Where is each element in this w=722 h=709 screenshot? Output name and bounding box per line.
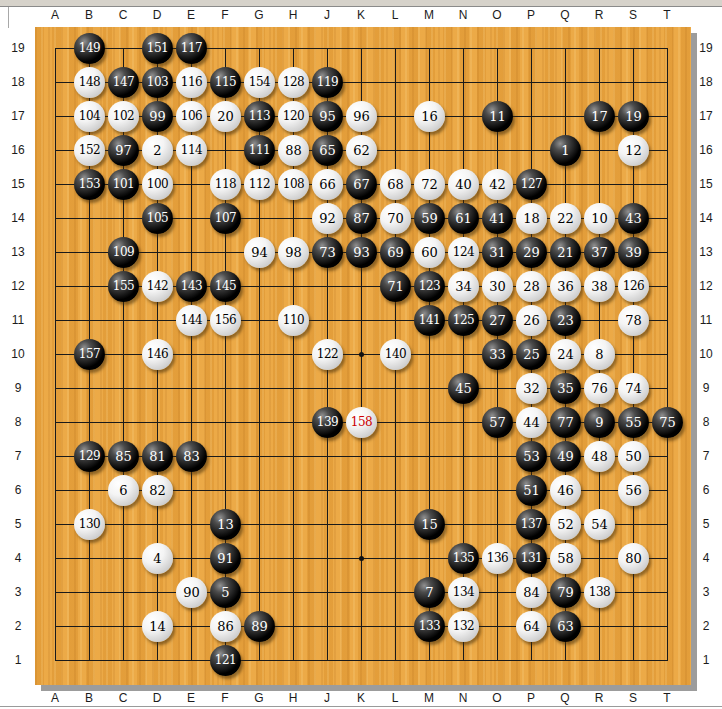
row-label-right: 8 (694, 415, 718, 429)
row-label-left: 18 (6, 75, 30, 89)
star-point (359, 352, 364, 357)
row-label-right: 1 (694, 653, 718, 667)
stone-M2[interactable]: 133 (414, 611, 445, 642)
stone-C17[interactable]: 102 (108, 101, 139, 132)
stone-C18[interactable]: 147 (108, 67, 139, 98)
column-label-bottom: A (43, 691, 67, 705)
row-label-right: 18 (694, 75, 718, 89)
stone-O8[interactable]: 57 (482, 407, 513, 438)
column-label-bottom: E (179, 691, 203, 705)
stone-P14[interactable]: 18 (516, 203, 547, 234)
stone-P4[interactable]: 131 (516, 543, 547, 574)
stone-E12[interactable]: 143 (176, 271, 207, 302)
stone-R13[interactable]: 37 (584, 237, 615, 268)
stone-C13[interactable]: 109 (108, 237, 139, 268)
row-label-right: 14 (694, 211, 718, 225)
column-label-bottom: F (213, 691, 237, 705)
stone-D12[interactable]: 142 (142, 271, 173, 302)
stone-Q13[interactable]: 21 (550, 237, 581, 268)
stone-P15[interactable]: 127 (516, 169, 547, 200)
column-label-bottom: L (383, 691, 407, 705)
row-label-right: 4 (694, 551, 718, 565)
column-label-bottom: G (247, 691, 271, 705)
column-label-top: C (111, 8, 135, 22)
stone-C16[interactable]: 97 (108, 135, 139, 166)
column-label-top: P (519, 8, 543, 22)
row-label-left: 12 (6, 279, 30, 293)
column-label-top: S (621, 8, 645, 22)
stone-Q6[interactable]: 46 (550, 475, 581, 506)
stone-F5[interactable]: 13 (210, 509, 241, 540)
row-label-left: 6 (6, 483, 30, 497)
stone-P10[interactable]: 25 (516, 339, 547, 370)
stone-S4[interactable]: 80 (618, 543, 649, 574)
stone-R17[interactable]: 17 (584, 101, 615, 132)
stone-Q9[interactable]: 35 (550, 373, 581, 404)
stone-P12[interactable]: 28 (516, 271, 547, 302)
stone-R5[interactable]: 54 (584, 509, 615, 540)
stone-G17[interactable]: 113 (244, 101, 275, 132)
stone-J16[interactable]: 65 (312, 135, 343, 166)
column-label-top: M (417, 8, 441, 22)
stone-C6[interactable]: 6 (108, 475, 139, 506)
stone-C12[interactable]: 155 (108, 271, 139, 302)
stone-S16[interactable]: 12 (618, 135, 649, 166)
column-label-top: A (43, 8, 67, 22)
stone-M14[interactable]: 59 (414, 203, 445, 234)
stone-S6[interactable]: 56 (618, 475, 649, 506)
stone-D19[interactable]: 151 (142, 33, 173, 64)
stone-P3[interactable]: 84 (516, 577, 547, 608)
row-label-right: 19 (694, 41, 718, 55)
window-bottom-edge (0, 706, 722, 707)
stone-F14[interactable]: 107 (210, 203, 241, 234)
stone-K17[interactable]: 96 (346, 101, 377, 132)
stone-L15[interactable]: 68 (380, 169, 411, 200)
stone-E7[interactable]: 83 (176, 441, 207, 472)
stone-Q12[interactable]: 36 (550, 271, 581, 302)
column-label-bottom: C (111, 691, 135, 705)
row-label-left: 15 (6, 177, 30, 191)
stone-Q14[interactable]: 22 (550, 203, 581, 234)
stone-E18[interactable]: 116 (176, 67, 207, 98)
stone-O10[interactable]: 33 (482, 339, 513, 370)
row-label-left: 13 (6, 245, 30, 259)
stone-H13[interactable]: 98 (278, 237, 309, 268)
column-label-top: N (451, 8, 475, 22)
stone-Q3[interactable]: 79 (550, 577, 581, 608)
row-label-left: 19 (6, 41, 30, 55)
stone-K16[interactable]: 62 (346, 135, 377, 166)
stone-P7[interactable]: 53 (516, 441, 547, 472)
stone-S17[interactable]: 19 (618, 101, 649, 132)
column-label-top: B (77, 8, 101, 22)
row-label-right: 10 (694, 347, 718, 361)
column-label-top: G (247, 8, 271, 22)
stone-Q4[interactable]: 58 (550, 543, 581, 574)
stone-M17[interactable]: 16 (414, 101, 445, 132)
stone-O12[interactable]: 30 (482, 271, 513, 302)
stone-Q16[interactable]: 1 (550, 135, 581, 166)
stone-E3[interactable]: 90 (176, 577, 207, 608)
stone-F18[interactable]: 115 (210, 67, 241, 98)
stone-G15[interactable]: 112 (244, 169, 275, 200)
stone-R3[interactable]: 138 (584, 577, 615, 608)
stone-O14[interactable]: 41 (482, 203, 513, 234)
stone-N2[interactable]: 132 (448, 611, 479, 642)
stone-D2[interactable]: 14 (142, 611, 173, 642)
row-label-right: 17 (694, 109, 718, 123)
column-label-bottom: H (281, 691, 305, 705)
stone-S9[interactable]: 74 (618, 373, 649, 404)
grid-line-h (55, 660, 668, 661)
row-label-right: 11 (694, 313, 718, 327)
stone-B10[interactable]: 157 (74, 339, 105, 370)
stone-D4[interactable]: 4 (142, 543, 173, 574)
stone-D16[interactable]: 2 (142, 135, 173, 166)
row-label-left: 1 (6, 653, 30, 667)
stone-M5[interactable]: 15 (414, 509, 445, 540)
stone-P13[interactable]: 29 (516, 237, 547, 268)
stone-N12[interactable]: 34 (448, 271, 479, 302)
column-label-top: K (349, 8, 373, 22)
column-label-bottom: K (349, 691, 373, 705)
stone-Q8[interactable]: 77 (550, 407, 581, 438)
column-label-bottom: M (417, 691, 441, 705)
stone-P5[interactable]: 137 (516, 509, 547, 540)
stone-E11[interactable]: 144 (176, 305, 207, 336)
row-label-right: 2 (694, 619, 718, 633)
column-label-bottom: O (485, 691, 509, 705)
stone-O15[interactable]: 42 (482, 169, 513, 200)
window-edge-tick (8, 7, 9, 28)
row-label-left: 11 (6, 313, 30, 327)
stone-D10[interactable]: 146 (142, 339, 173, 370)
stone-D15[interactable]: 100 (142, 169, 173, 200)
stone-R12[interactable]: 38 (584, 271, 615, 302)
stone-N15[interactable]: 40 (448, 169, 479, 200)
stone-K8[interactable]: 158 (346, 407, 377, 438)
stone-K13[interactable]: 93 (346, 237, 377, 268)
stone-J18[interactable]: 119 (312, 67, 343, 98)
stone-D7[interactable]: 81 (142, 441, 173, 472)
star-point (359, 556, 364, 561)
column-label-bottom: R (587, 691, 611, 705)
stone-O4[interactable]: 136 (482, 543, 513, 574)
stone-Q5[interactable]: 52 (550, 509, 581, 540)
column-label-top: R (587, 8, 611, 22)
stone-N14[interactable]: 61 (448, 203, 479, 234)
stone-R8[interactable]: 9 (584, 407, 615, 438)
row-label-right: 16 (694, 143, 718, 157)
stone-K15[interactable]: 67 (346, 169, 377, 200)
stone-H17[interactable]: 120 (278, 101, 309, 132)
stone-L14[interactable]: 70 (380, 203, 411, 234)
row-label-left: 2 (6, 619, 30, 633)
row-label-left: 5 (6, 517, 30, 531)
stone-D17[interactable]: 99 (142, 101, 173, 132)
column-label-top: O (485, 8, 509, 22)
stone-K14[interactable]: 87 (346, 203, 377, 234)
column-label-top: H (281, 8, 305, 22)
stone-S11[interactable]: 78 (618, 305, 649, 336)
stone-R9[interactable]: 76 (584, 373, 615, 404)
row-label-right: 3 (694, 585, 718, 599)
stone-J17[interactable]: 95 (312, 101, 343, 132)
column-label-bottom: T (655, 691, 679, 705)
grid-line-v (667, 48, 668, 661)
stone-C7[interactable]: 85 (108, 441, 139, 472)
stone-F4[interactable]: 91 (210, 543, 241, 574)
column-label-bottom: B (77, 691, 101, 705)
stone-B15[interactable]: 153 (74, 169, 105, 200)
stone-N4[interactable]: 135 (448, 543, 479, 574)
stone-S12[interactable]: 126 (618, 271, 649, 302)
row-label-right: 9 (694, 381, 718, 395)
column-label-bottom: P (519, 691, 543, 705)
stone-R14[interactable]: 10 (584, 203, 615, 234)
stone-Q11[interactable]: 23 (550, 305, 581, 336)
go-diagram: AABBCCDDEEFFGGHHJJKKLLMMNNOOPPQQRRSSTT19… (0, 0, 722, 709)
row-label-left: 9 (6, 381, 30, 395)
row-label-left: 4 (6, 551, 30, 565)
stone-B7[interactable]: 129 (74, 441, 105, 472)
column-label-top: E (179, 8, 203, 22)
stone-C15[interactable]: 101 (108, 169, 139, 200)
row-label-right: 12 (694, 279, 718, 293)
stone-G18[interactable]: 154 (244, 67, 275, 98)
stone-M13[interactable]: 60 (414, 237, 445, 268)
stone-J14[interactable]: 92 (312, 203, 343, 234)
stone-M15[interactable]: 72 (414, 169, 445, 200)
stone-O13[interactable]: 31 (482, 237, 513, 268)
stone-L13[interactable]: 69 (380, 237, 411, 268)
window-top-edge (0, 0, 722, 7)
stone-F17[interactable]: 20 (210, 101, 241, 132)
stone-R10[interactable]: 8 (584, 339, 615, 370)
column-label-top: F (213, 8, 237, 22)
stone-B17[interactable]: 104 (74, 101, 105, 132)
row-label-left: 16 (6, 143, 30, 157)
row-label-right: 15 (694, 177, 718, 191)
stone-E19[interactable]: 117 (176, 33, 207, 64)
stone-P8[interactable]: 44 (516, 407, 547, 438)
row-label-right: 6 (694, 483, 718, 497)
row-label-right: 5 (694, 517, 718, 531)
stone-F1[interactable]: 121 (210, 645, 241, 676)
stone-M3[interactable]: 7 (414, 577, 445, 608)
column-label-top: J (315, 8, 339, 22)
column-label-top: L (383, 8, 407, 22)
stone-G13[interactable]: 94 (244, 237, 275, 268)
stone-Q7[interactable]: 49 (550, 441, 581, 472)
stone-H11[interactable]: 110 (278, 305, 309, 336)
stone-E16[interactable]: 114 (176, 135, 207, 166)
row-label-left: 10 (6, 347, 30, 361)
column-label-bottom: J (315, 691, 339, 705)
row-label-right: 13 (694, 245, 718, 259)
stone-F12[interactable]: 145 (210, 271, 241, 302)
stone-Q10[interactable]: 24 (550, 339, 581, 370)
stone-S14[interactable]: 43 (618, 203, 649, 234)
stone-B18[interactable]: 148 (74, 67, 105, 98)
column-label-top: Q (553, 8, 577, 22)
stone-N11[interactable]: 125 (448, 305, 479, 336)
stone-M11[interactable]: 141 (414, 305, 445, 336)
stone-N9[interactable]: 45 (448, 373, 479, 404)
column-label-top: T (655, 8, 679, 22)
row-label-left: 3 (6, 585, 30, 599)
stone-D6[interactable]: 82 (142, 475, 173, 506)
stone-J10[interactable]: 122 (312, 339, 343, 370)
stone-M12[interactable]: 123 (414, 271, 445, 302)
stone-L12[interactable]: 71 (380, 271, 411, 302)
stone-H18[interactable]: 128 (278, 67, 309, 98)
stone-D14[interactable]: 105 (142, 203, 173, 234)
row-label-left: 8 (6, 415, 30, 429)
stone-H15[interactable]: 108 (278, 169, 309, 200)
stone-O17[interactable]: 11 (482, 101, 513, 132)
stone-H16[interactable]: 88 (278, 135, 309, 166)
stone-O11[interactable]: 27 (482, 305, 513, 336)
stone-R7[interactable]: 48 (584, 441, 615, 472)
stone-B5[interactable]: 130 (74, 509, 105, 540)
stone-B16[interactable]: 152 (74, 135, 105, 166)
stone-P2[interactable]: 64 (516, 611, 547, 642)
stone-B19[interactable]: 149 (74, 33, 105, 64)
stone-G16[interactable]: 111 (244, 135, 275, 166)
stone-Q2[interactable]: 63 (550, 611, 581, 642)
stone-E17[interactable]: 106 (176, 101, 207, 132)
stone-N3[interactable]: 134 (448, 577, 479, 608)
stone-F2[interactable]: 86 (210, 611, 241, 642)
stone-F11[interactable]: 156 (210, 305, 241, 336)
stone-L10[interactable]: 140 (380, 339, 411, 370)
stone-G2[interactable]: 89 (244, 611, 275, 642)
column-label-bottom: S (621, 691, 645, 705)
stone-N13[interactable]: 124 (448, 237, 479, 268)
row-label-left: 14 (6, 211, 30, 225)
stone-S13[interactable]: 39 (618, 237, 649, 268)
stone-J8[interactable]: 139 (312, 407, 343, 438)
column-label-bottom: Q (553, 691, 577, 705)
stone-F3[interactable]: 5 (210, 577, 241, 608)
stone-P11[interactable]: 26 (516, 305, 547, 336)
stone-T8[interactable]: 75 (652, 407, 683, 438)
row-label-right: 7 (694, 449, 718, 463)
stone-S7[interactable]: 50 (618, 441, 649, 472)
stone-D18[interactable]: 103 (142, 67, 173, 98)
stone-J13[interactable]: 73 (312, 237, 343, 268)
row-label-left: 17 (6, 109, 30, 123)
stone-P6[interactable]: 51 (516, 475, 547, 506)
column-label-top: D (145, 8, 169, 22)
stone-F15[interactable]: 118 (210, 169, 241, 200)
stone-J15[interactable]: 66 (312, 169, 343, 200)
column-label-bottom: D (145, 691, 169, 705)
grid-line-v (429, 48, 430, 661)
row-label-left: 7 (6, 449, 30, 463)
stone-S8[interactable]: 55 (618, 407, 649, 438)
column-label-bottom: N (451, 691, 475, 705)
stone-P9[interactable]: 32 (516, 373, 547, 404)
